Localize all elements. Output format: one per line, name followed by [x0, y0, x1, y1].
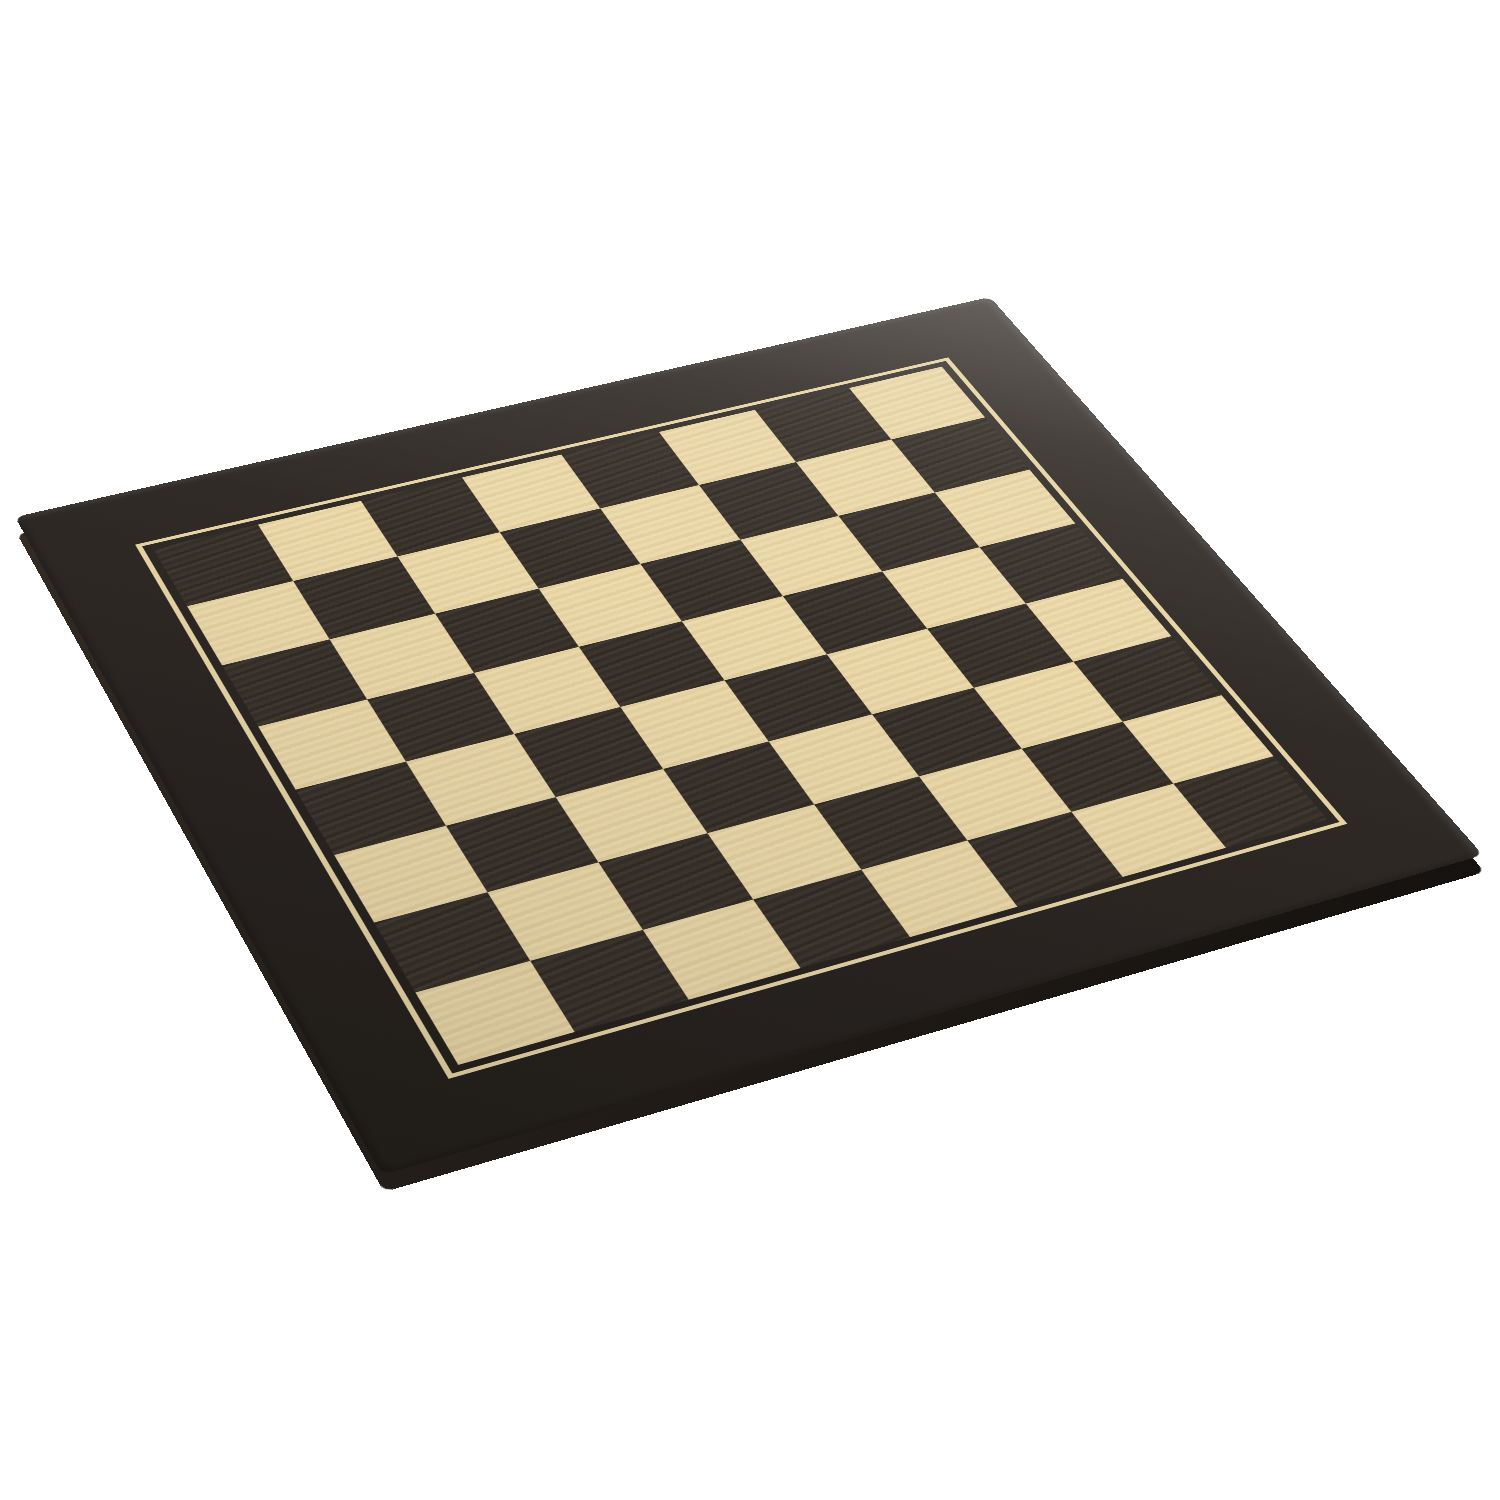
product-photo-stage	[0, 0, 1500, 1500]
chess-board	[15, 297, 1483, 1175]
